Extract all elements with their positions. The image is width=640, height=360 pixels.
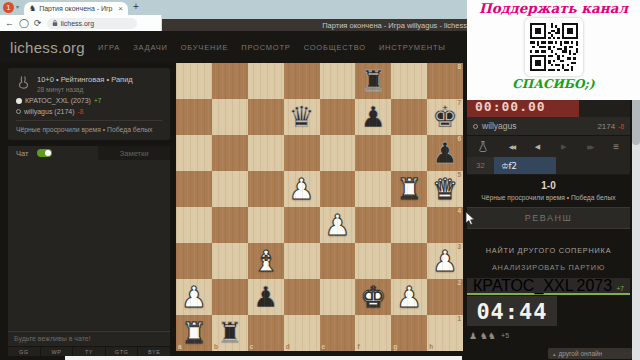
chess-board: ♜8♛♟♚7♟6♟♜♛5♟4♝♟3♟♟♚♟2♜a♜bcdefg1h (176, 63, 463, 351)
black-offline-icon (473, 124, 478, 129)
black-player-rating: 2174 (597, 122, 615, 131)
white-player-diff: +7 (617, 285, 624, 292)
square-h8[interactable]: 8 (427, 63, 463, 99)
move-list-row: 32 ♔f2 (467, 157, 630, 175)
meta-white-player[interactable]: КРАТОС_XXL (2073) +7 (16, 97, 162, 104)
other-online-text: другой онлайн (559, 350, 603, 357)
square-h6[interactable]: ♟6 (427, 135, 463, 171)
square-f4[interactable] (355, 207, 391, 243)
square-e7[interactable] (320, 99, 356, 135)
white-king: ♚ (360, 283, 386, 312)
square-e1[interactable]: e (320, 315, 356, 351)
square-a5[interactable] (176, 171, 212, 207)
divider (16, 120, 162, 121)
square-h1[interactable]: 1h (427, 315, 463, 351)
square-a1[interactable]: ♜a (176, 315, 212, 351)
last-move-icon[interactable]: ▶▶ (587, 144, 592, 150)
square-b4[interactable] (212, 207, 248, 243)
square-c7[interactable] (248, 99, 284, 135)
black-rook: ♜ (360, 67, 386, 96)
white-player-rating: 2073 (577, 277, 613, 294)
white-player-row: КРАТОС_XXL 2073 +7 (467, 278, 630, 295)
black-queen: ♛ (289, 103, 315, 132)
meta-black-player[interactable]: willyagus (2174) -8 (16, 108, 162, 115)
quick-gtg-button[interactable]: GTG (106, 347, 138, 356)
square-a7[interactable] (176, 99, 212, 135)
qr-code (530, 23, 578, 71)
url-field[interactable]: lichess.org (47, 18, 137, 29)
square-c5[interactable] (248, 171, 284, 207)
square-c4[interactable] (248, 207, 284, 243)
square-c1[interactable]: c (248, 315, 284, 351)
black-pawn: ♟ (360, 103, 386, 132)
captured-piece-icons: ♟ ♞♞ (469, 331, 496, 341)
file-label: c (250, 344, 254, 351)
square-d7[interactable]: ♛ (284, 99, 320, 135)
black-player-row: willyagus 2174 -8 (467, 117, 630, 136)
browser-tab[interactable]: ♞ Партия окончена - Игр × (24, 2, 128, 15)
black-king: ♚ (432, 103, 458, 132)
rank-label: 7 (457, 100, 461, 107)
new-opponent-button[interactable]: НАЙТИ ДРУГОГО СОПЕРНИКА (467, 241, 630, 259)
white-pawn: ♟ (396, 283, 422, 312)
black-rook: ♜ (217, 319, 243, 348)
rematch-button[interactable]: РЕВАНШ (467, 207, 630, 229)
square-a2[interactable]: ♟ (176, 279, 212, 315)
square-b7[interactable] (212, 99, 248, 135)
result-text: Чёрные просрочили время • Победа белых (467, 194, 630, 201)
square-a4[interactable] (176, 207, 212, 243)
time-control: 10+0 • Рейтинговая • Рапид (37, 75, 133, 84)
nav-learn[interactable]: ОБУЧЕНИЕ (181, 43, 229, 52)
square-a3[interactable] (176, 243, 212, 279)
white-rating-diff: +7 (94, 97, 101, 104)
tab-title: Партия окончена - Игр (39, 5, 115, 12)
square-f3[interactable] (355, 243, 391, 279)
square-d2[interactable] (284, 279, 320, 315)
square-c8[interactable] (248, 63, 284, 99)
chat-panel: Чат Заметки Будьте вежливы в чате! GG WP… (8, 146, 170, 356)
square-g1[interactable]: g (391, 315, 427, 351)
black-player-diff: -8 (618, 123, 624, 130)
game-score: 1-0 (467, 180, 630, 191)
square-f8[interactable]: ♜ (355, 63, 391, 99)
tab-close-icon[interactable]: × (118, 5, 123, 13)
white-rook: ♜ (396, 175, 422, 204)
square-g6[interactable] (391, 135, 427, 171)
chat-tab-label: Чат (16, 149, 28, 158)
square-b3[interactable] (212, 243, 248, 279)
quick-chat-row: GG WP TY GTG BYE (8, 347, 170, 356)
white-player-name[interactable]: КРАТОС_XXL (473, 277, 574, 294)
rank-label: 1 (457, 316, 461, 323)
white-clock: 04:44 (467, 296, 557, 326)
square-b2[interactable] (212, 279, 248, 315)
black-player-text: willyagus (2174) (24, 108, 75, 115)
black-pawn: ♟ (432, 139, 458, 168)
square-a6[interactable] (176, 135, 212, 171)
move-list-empty (556, 157, 630, 174)
square-d1[interactable]: d (284, 315, 320, 351)
file-label: e (322, 344, 326, 351)
square-f1[interactable]: f (355, 315, 391, 351)
square-g8[interactable] (391, 63, 427, 99)
chat-input[interactable]: Будьте вежливы в чате! (8, 331, 170, 346)
square-h3[interactable]: ♟3 (427, 243, 463, 279)
browser-profile-badge[interactable]: 1 (3, 2, 14, 13)
square-e8[interactable] (320, 63, 356, 99)
caret-up-icon: ▴ (553, 351, 556, 357)
rapid-rabbit-icon (16, 75, 31, 90)
square-b1[interactable]: ♜b (212, 315, 248, 351)
next-move-icon[interactable]: ▶ (561, 143, 566, 150)
square-d3[interactable] (284, 243, 320, 279)
mouse-cursor (465, 211, 477, 231)
file-label: h (429, 344, 433, 351)
tab-chat[interactable]: Чат (8, 146, 98, 160)
tab-list-caret-icon[interactable]: ▾ (16, 3, 19, 10)
material-advantage: +5 (501, 332, 509, 339)
square-a8[interactable] (176, 63, 212, 99)
file-label: b (214, 344, 218, 351)
file-label: a (178, 344, 182, 351)
chat-toggle[interactable] (37, 149, 52, 157)
white-player-icon (16, 98, 22, 104)
black-rating-diff: -8 (78, 108, 84, 115)
square-d6[interactable] (284, 135, 320, 171)
analysis-flask-icon[interactable] (478, 140, 488, 153)
white-pawn: ♟ (324, 211, 350, 240)
file-label: g (393, 344, 397, 351)
square-g7[interactable] (391, 99, 427, 135)
site-info-icon[interactable]: ◯ (19, 19, 29, 28)
menu-icon[interactable]: ≡ (613, 141, 619, 152)
tab-notes[interactable]: Заметки (98, 146, 170, 160)
rank-label: 3 (457, 244, 461, 251)
square-h2[interactable]: 2 (427, 279, 463, 315)
move-number: 32 (467, 157, 494, 174)
nav-play[interactable]: ИГРА (98, 43, 120, 52)
quick-wp-button[interactable]: WP (41, 347, 73, 356)
nav-community[interactable]: СООБЩЕСТВО (304, 43, 366, 52)
square-g5[interactable]: ♜ (391, 171, 427, 207)
nav-tools[interactable]: ИНСТРУМЕНТЫ (379, 43, 446, 52)
square-c2[interactable]: ♟ (248, 279, 284, 315)
rank-label: 2 (457, 280, 461, 287)
current-move[interactable]: ♔f2 (494, 157, 556, 174)
game-meta-box: 10+0 • Рейтинговая • Рапид 28 минут наза… (8, 68, 170, 140)
lichess-logo[interactable]: lichess.org (10, 39, 85, 56)
square-g4[interactable] (391, 207, 427, 243)
lock-icon (52, 19, 58, 27)
square-d4[interactable] (284, 207, 320, 243)
tab-favicon-knight-icon: ♞ (29, 5, 36, 13)
square-b8[interactable] (212, 63, 248, 99)
file-label: d (286, 344, 290, 351)
reload-icon[interactable]: ⟳ (34, 19, 42, 28)
square-e2[interactable] (320, 279, 356, 315)
square-e5[interactable] (320, 171, 356, 207)
support-overlay: Поддержать канал СПАСИБО;) (467, 0, 640, 100)
square-h4[interactable]: 4 (427, 207, 463, 243)
square-f7[interactable]: ♟ (355, 99, 391, 135)
quick-ty-button[interactable]: TY (73, 347, 105, 356)
white-player-text: КРАТОС_XXL (2073) (25, 97, 91, 104)
chat-body: Будьте вежливы в чате! (8, 160, 170, 346)
white-pawn: ♟ (289, 175, 315, 204)
nav-puzzles[interactable]: ЗАДАЧИ (133, 43, 167, 52)
square-e6[interactable] (320, 135, 356, 171)
meta-result-text: Чёрные просрочили время • Победа белых (16, 126, 162, 133)
url-text: lichess.org (61, 20, 94, 27)
white-bishop: ♝ (253, 247, 279, 276)
black-player-icon (16, 109, 21, 114)
address-bar: ← ◯ ⟳ lichess.org (0, 15, 162, 31)
white-pawn: ♟ (181, 283, 207, 312)
square-h5[interactable]: ♛5 (427, 171, 463, 207)
thanks-text: СПАСИБО;) (512, 77, 594, 91)
support-title: Поддержать канал (479, 0, 628, 16)
white-rook: ♜ (181, 319, 207, 348)
file-label: f (357, 344, 359, 351)
rank-label: 8 (457, 64, 461, 71)
square-h7[interactable]: ♚7 (427, 99, 463, 135)
square-g3[interactable] (391, 243, 427, 279)
quick-bye-button[interactable]: BYE (138, 347, 170, 356)
captured-pieces-tray: ♟ ♞♞ +5 (467, 329, 630, 342)
square-e4[interactable]: ♟ (320, 207, 356, 243)
toggle-knob (45, 150, 51, 156)
square-d5[interactable]: ♟ (284, 171, 320, 207)
black-pawn: ♟ (253, 283, 279, 312)
other-online-chip[interactable]: ▴ другой онлайн (548, 348, 632, 359)
square-f2[interactable]: ♚ (355, 279, 391, 315)
played-ago: 28 минут назад (37, 86, 133, 93)
prev-move-icon[interactable]: ◀ (535, 143, 540, 150)
square-f6[interactable] (355, 135, 391, 171)
game-side-panel: 00:00.00 willyagus 2174 -8 ◀◀ ◀ ▶ ▶▶ ≡ 3… (467, 96, 630, 342)
quick-gg-button[interactable]: GG (8, 347, 40, 356)
main-nav: ИГРА ЗАДАЧИ ОБУЧЕНИЕ ПРОСМОТР СООБЩЕСТВО… (98, 43, 446, 52)
square-e3[interactable] (320, 243, 356, 279)
white-queen: ♛ (432, 175, 458, 204)
replay-controls: ◀◀ ◀ ▶ ▶▶ ≡ (467, 136, 630, 157)
new-tab-button[interactable]: + (133, 1, 139, 12)
square-d8[interactable] (284, 63, 320, 99)
screenshot-stage: 1 ▾ ♞ Партия окончена - Игр × + ← ◯ ⟳ li… (0, 0, 640, 360)
taskbar-edge (65, 356, 462, 360)
rank-label: 4 (457, 208, 461, 215)
square-c6[interactable] (248, 135, 284, 171)
analyze-game-button[interactable]: АНАЛИЗИРОВАТЬ ПАРТИЮ (467, 259, 630, 275)
square-c3[interactable]: ♝ (248, 243, 284, 279)
qr-card (525, 18, 583, 76)
white-pawn: ♟ (432, 247, 458, 276)
square-g2[interactable]: ♟ (391, 279, 427, 315)
square-b5[interactable] (212, 171, 248, 207)
rank-label: 6 (457, 136, 461, 143)
square-f5[interactable] (355, 171, 391, 207)
nav-watch[interactable]: ПРОСМОТР (241, 43, 290, 52)
rank-label: 5 (457, 172, 461, 179)
first-move-icon[interactable]: ◀◀ (509, 144, 514, 150)
square-b6[interactable] (212, 135, 248, 171)
back-icon[interactable]: ← (5, 19, 14, 28)
black-player-name[interactable]: willyagus (482, 121, 517, 131)
